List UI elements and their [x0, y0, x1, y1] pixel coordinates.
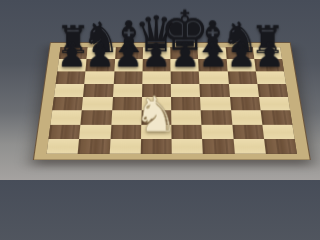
- square-a4[interactable]: [52, 97, 83, 110]
- piece-black-pawn-g7[interactable]: ♟: [227, 39, 257, 72]
- square-g5[interactable]: [228, 84, 258, 97]
- piece-white-knight-d2[interactable]: ♞: [134, 90, 178, 139]
- square-b7[interactable]: ♟: [86, 59, 115, 71]
- square-d7[interactable]: ♟: [142, 59, 170, 71]
- piece-black-pawn-d7[interactable]: ♟: [142, 39, 172, 72]
- square-a3[interactable]: [50, 111, 82, 125]
- square-h7[interactable]: ♟: [254, 59, 284, 71]
- square-b3[interactable]: [81, 111, 112, 125]
- square-b1[interactable]: [78, 139, 110, 154]
- square-a7[interactable]: ♟: [57, 59, 86, 71]
- square-a1[interactable]: [47, 139, 80, 154]
- square-g1[interactable]: [233, 139, 266, 154]
- square-c7[interactable]: ♟: [114, 59, 143, 71]
- photo-backdrop: ♜♞♝♛♚♝♞♜♟♟♟♟♟♟♟♟♞: [0, 0, 320, 180]
- square-h5[interactable]: [257, 84, 288, 97]
- square-g4[interactable]: [230, 97, 261, 110]
- square-h2[interactable]: [262, 125, 295, 139]
- square-c6[interactable]: [113, 71, 142, 84]
- square-f5[interactable]: [200, 84, 230, 97]
- square-c1[interactable]: [109, 139, 141, 154]
- square-d1[interactable]: [140, 139, 171, 154]
- square-g2[interactable]: [232, 125, 264, 139]
- square-f4[interactable]: [200, 97, 230, 110]
- square-b2[interactable]: [79, 125, 111, 139]
- piece-black-pawn-h7[interactable]: ♟: [255, 39, 285, 72]
- square-g6[interactable]: [227, 71, 257, 84]
- square-f3[interactable]: [201, 111, 232, 125]
- square-h4[interactable]: [259, 97, 290, 110]
- square-h6[interactable]: [256, 71, 286, 84]
- piece-black-pawn-c7[interactable]: ♟: [113, 39, 143, 72]
- square-a2[interactable]: [49, 125, 81, 139]
- square-e6[interactable]: [171, 71, 200, 84]
- square-a5[interactable]: [54, 84, 84, 97]
- square-h1[interactable]: [264, 139, 297, 154]
- piece-black-pawn-b7[interactable]: ♟: [85, 39, 115, 72]
- piece-black-pawn-a7[interactable]: ♟: [57, 39, 87, 72]
- square-e1[interactable]: [172, 139, 203, 154]
- square-a6[interactable]: [56, 71, 86, 84]
- square-b5[interactable]: [83, 84, 113, 97]
- square-f1[interactable]: [202, 139, 234, 154]
- square-f7[interactable]: ♟: [198, 59, 227, 71]
- square-b4[interactable]: [82, 97, 113, 110]
- square-e7[interactable]: ♟: [170, 59, 198, 71]
- chess-board: ♜♞♝♛♚♝♞♜♟♟♟♟♟♟♟♟♞: [34, 43, 310, 160]
- square-g3[interactable]: [231, 111, 262, 125]
- square-d2[interactable]: ♞: [141, 125, 172, 139]
- square-f2[interactable]: [202, 125, 233, 139]
- square-f6[interactable]: [199, 71, 228, 84]
- square-g7[interactable]: ♟: [226, 59, 255, 71]
- square-b6[interactable]: [84, 71, 114, 84]
- square-h3[interactable]: [260, 111, 292, 125]
- square-d6[interactable]: [142, 71, 171, 84]
- piece-black-pawn-e7[interactable]: ♟: [170, 39, 200, 72]
- piece-black-pawn-f7[interactable]: ♟: [198, 39, 228, 72]
